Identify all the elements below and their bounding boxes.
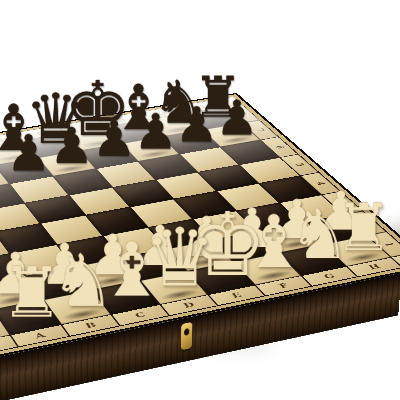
coordinate-text: C [134, 311, 147, 319]
brass-clasp [181, 322, 192, 351]
piece-anchor: ♜ [0, 300, 60, 334]
coordinate-text: H [367, 263, 382, 270]
piece-white-rook: ♜ [1, 260, 64, 324]
file-label-h-near: H [348, 258, 400, 277]
square-a1: ♜ [0, 300, 60, 334]
piece-black-pawn: ♟ [0, 137, 7, 183]
piece-black-pawn: ♟ [92, 116, 136, 161]
coordinate-text: B [84, 321, 98, 329]
coordinate-text: 5 [293, 163, 305, 168]
chessboard-3d-scene: ABCDEFGH8♜♞♝♛♚♝♞♜87♟♟♟♟♟♟♟♟7665544332♟♟♟… [0, 93, 400, 359]
coordinate-text: G [322, 273, 336, 280]
photo-stage: ABCDEFGH8♜♞♝♛♚♝♞♜87♟♟♟♟♟♟♟♟7665544332♟♟♟… [0, 0, 400, 400]
piece-black-pawn: ♟ [49, 123, 94, 169]
piece-black-pawn: ♟ [6, 130, 51, 176]
piece-black-pawn: ♟ [134, 109, 178, 154]
coordinate-text: 6 [273, 145, 285, 149]
coordinate-text: F [277, 282, 290, 289]
piece-black-pawn: ♟ [215, 96, 258, 140]
board-frame: ABCDEFGH8♜♞♝♛♚♝♞♜87♟♟♟♟♟♟♟♟7665544332♟♟♟… [0, 93, 400, 359]
piece-black-pawn: ♟ [175, 102, 218, 147]
coordinate-text: E [230, 292, 243, 299]
coordinate-text: A [33, 332, 46, 340]
coordinate-text: D [182, 301, 196, 309]
